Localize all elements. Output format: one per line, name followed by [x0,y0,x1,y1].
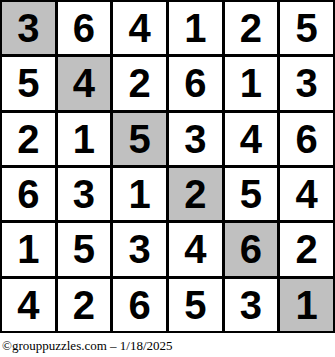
cell-r6c1: 4 [2,279,55,331]
cell-r4c3: 1 [113,168,166,220]
cell-r2c5: 1 [225,57,278,109]
cell-r6c3: 6 [113,279,166,331]
cell-r5c4: 4 [169,223,222,275]
cell-r5c5: 6 [225,223,278,275]
cell-r3c6: 6 [280,113,333,165]
cell-r6c6: 1 [280,279,333,331]
cell-r2c1: 5 [2,57,55,109]
cell-r1c3: 4 [113,2,166,54]
cell-r1c5: 2 [225,2,278,54]
copyright-credit: ©grouppuzzles.com – 1/18/2025 [2,338,173,354]
cell-r4c6: 4 [280,168,333,220]
cell-r1c6: 5 [280,2,333,54]
cell-r6c4: 5 [169,279,222,331]
cell-r3c2: 1 [58,113,111,165]
cell-r2c4: 6 [169,57,222,109]
cell-r4c2: 3 [58,168,111,220]
puzzle-page: 364125542613215346631254153462426531 ©gr… [0,0,335,357]
cell-r4c5: 5 [225,168,278,220]
board: 364125542613215346631254153462426531 [0,0,335,333]
cell-r5c6: 2 [280,223,333,275]
cell-r3c3: 5 [113,113,166,165]
cell-r3c1: 2 [2,113,55,165]
cell-r1c2: 6 [58,2,111,54]
cell-r5c3: 3 [113,223,166,275]
cell-r5c2: 5 [58,223,111,275]
cell-r5c1: 1 [2,223,55,275]
cell-r4c4: 2 [169,168,222,220]
cell-r1c1: 3 [2,2,55,54]
cell-r1c4: 1 [169,2,222,54]
cell-r4c1: 6 [2,168,55,220]
cell-r2c6: 3 [280,57,333,109]
cell-r3c4: 3 [169,113,222,165]
cell-r2c2: 4 [58,57,111,109]
cell-r3c5: 4 [225,113,278,165]
cell-r6c2: 2 [58,279,111,331]
cell-r6c5: 3 [225,279,278,331]
cell-r2c3: 2 [113,57,166,109]
